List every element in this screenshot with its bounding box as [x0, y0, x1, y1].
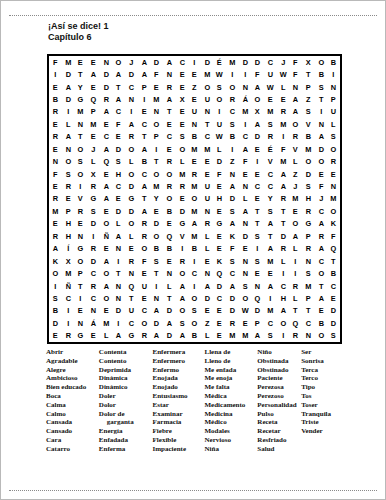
grid-cell[interactable]: O — [151, 168, 163, 180]
grid-cell[interactable]: O — [176, 267, 188, 279]
grid-cell[interactable]: B — [50, 305, 62, 317]
grid-cell[interactable]: R — [62, 330, 74, 342]
grid-cell[interactable]: M — [62, 267, 74, 279]
grid-cell[interactable]: O — [315, 155, 327, 167]
grid-cell[interactable]: N — [151, 292, 163, 304]
grid-cell[interactable]: G — [176, 218, 188, 230]
grid-cell[interactable]: O — [315, 330, 327, 342]
grid-cell[interactable]: E — [50, 143, 62, 155]
grid-cell[interactable]: A — [163, 93, 175, 105]
grid-cell[interactable]: S — [50, 292, 62, 304]
grid-cell[interactable]: M — [303, 280, 315, 292]
grid-cell[interactable]: P — [328, 93, 340, 105]
grid-cell[interactable]: A — [113, 230, 125, 242]
grid-cell[interactable]: D — [328, 305, 340, 317]
grid-cell[interactable]: S — [176, 131, 188, 143]
grid-cell[interactable]: T — [328, 255, 340, 267]
grid-cell[interactable]: A — [138, 205, 150, 217]
grid-cell[interactable]: N — [227, 168, 239, 180]
grid-cell[interactable]: T — [265, 230, 277, 242]
grid-cell[interactable]: A — [315, 218, 327, 230]
grid-cell[interactable]: D — [62, 93, 74, 105]
grid-cell[interactable]: L — [201, 243, 213, 255]
grid-cell[interactable]: A — [315, 131, 327, 143]
grid-cell[interactable]: O — [163, 168, 175, 180]
grid-cell[interactable]: O — [328, 143, 340, 155]
grid-cell[interactable]: Q — [163, 230, 175, 242]
grid-cell[interactable]: E — [214, 180, 226, 192]
grid-cell[interactable]: C — [265, 56, 277, 68]
grid-cell[interactable]: D — [50, 317, 62, 329]
grid-cell[interactable]: E — [252, 267, 264, 279]
grid-cell[interactable]: C — [113, 106, 125, 118]
grid-cell[interactable]: A — [265, 218, 277, 230]
grid-cell[interactable]: E — [50, 81, 62, 93]
grid-cell[interactable]: T — [151, 155, 163, 167]
grid-cell[interactable]: A — [265, 280, 277, 292]
grid-cell[interactable]: Q — [87, 93, 99, 105]
grid-cell[interactable]: N — [75, 118, 87, 130]
grid-cell[interactable]: A — [290, 93, 302, 105]
grid-cell[interactable]: C — [265, 317, 277, 329]
grid-cell[interactable]: O — [151, 118, 163, 130]
grid-cell[interactable]: G — [303, 218, 315, 230]
grid-cell[interactable]: C — [227, 106, 239, 118]
grid-cell[interactable]: N — [290, 81, 302, 93]
grid-cell[interactable]: H — [113, 168, 125, 180]
grid-cell[interactable]: E — [239, 243, 251, 255]
grid-cell[interactable]: B — [151, 243, 163, 255]
grid-cell[interactable]: A — [100, 180, 112, 192]
grid-cell[interactable]: T — [125, 292, 137, 304]
grid-cell[interactable]: N — [113, 243, 125, 255]
grid-cell[interactable]: T — [315, 280, 327, 292]
grid-cell[interactable]: R — [176, 180, 188, 192]
grid-cell[interactable]: E — [138, 267, 150, 279]
grid-cell[interactable]: A — [189, 218, 201, 230]
grid-cell[interactable]: I — [125, 106, 137, 118]
grid-cell[interactable]: A — [290, 106, 302, 118]
grid-cell[interactable]: U — [265, 68, 277, 80]
grid-cell[interactable]: I — [328, 68, 340, 80]
grid-cell[interactable]: C — [189, 267, 201, 279]
grid-cell[interactable]: Á — [239, 93, 251, 105]
grid-cell[interactable]: E — [138, 292, 150, 304]
grid-cell[interactable]: I — [227, 143, 239, 155]
grid-cell[interactable]: D — [303, 168, 315, 180]
grid-cell[interactable]: C — [163, 131, 175, 143]
grid-cell[interactable]: U — [201, 193, 213, 205]
grid-cell[interactable]: P — [303, 292, 315, 304]
grid-cell[interactable]: A — [176, 330, 188, 342]
grid-cell[interactable]: É — [214, 56, 226, 68]
grid-cell[interactable]: S — [303, 106, 315, 118]
grid-cell[interactable]: E — [214, 230, 226, 242]
grid-cell[interactable]: K — [227, 230, 239, 242]
grid-cell[interactable]: D — [239, 230, 251, 242]
grid-cell[interactable]: B — [328, 267, 340, 279]
grid-cell[interactable]: S — [176, 317, 188, 329]
grid-cell[interactable]: T — [113, 267, 125, 279]
grid-cell[interactable]: Q — [214, 267, 226, 279]
grid-cell[interactable]: O — [138, 317, 150, 329]
grid-cell[interactable]: G — [125, 330, 137, 342]
grid-cell[interactable]: T — [303, 68, 315, 80]
grid-cell[interactable]: O — [100, 267, 112, 279]
grid-cell[interactable]: S — [252, 230, 264, 242]
grid-cell[interactable]: E — [277, 93, 289, 105]
grid-cell[interactable]: A — [290, 230, 302, 242]
grid-cell[interactable]: J — [315, 193, 327, 205]
grid-cell[interactable]: L — [62, 118, 74, 130]
grid-cell[interactable]: M — [277, 155, 289, 167]
grid-cell[interactable]: O — [277, 317, 289, 329]
grid-cell[interactable]: E — [151, 205, 163, 217]
grid-cell[interactable]: I — [151, 280, 163, 292]
grid-cell[interactable]: A — [265, 243, 277, 255]
grid-cell[interactable]: N — [163, 68, 175, 80]
grid-cell[interactable]: E — [239, 317, 251, 329]
grid-cell[interactable]: E — [176, 118, 188, 130]
grid-cell[interactable]: C — [138, 118, 150, 130]
grid-cell[interactable]: S — [214, 81, 226, 93]
grid-cell[interactable]: R — [189, 168, 201, 180]
grid-cell[interactable]: H — [62, 230, 74, 242]
grid-cell[interactable]: C — [138, 305, 150, 317]
grid-cell[interactable]: W — [214, 68, 226, 80]
grid-cell[interactable]: C — [201, 131, 213, 143]
grid-cell[interactable]: F — [328, 230, 340, 242]
grid-cell[interactable]: B — [163, 243, 175, 255]
grid-cell[interactable]: V — [303, 118, 315, 130]
grid-cell[interactable]: E — [176, 81, 188, 93]
grid-cell[interactable]: C — [87, 267, 99, 279]
grid-cell[interactable]: A — [252, 118, 264, 130]
grid-cell[interactable]: B — [227, 131, 239, 143]
grid-cell[interactable]: R — [227, 317, 239, 329]
grid-cell[interactable]: L — [239, 193, 251, 205]
grid-cell[interactable]: M — [189, 143, 201, 155]
grid-cell[interactable]: T — [138, 193, 150, 205]
grid-cell[interactable]: A — [239, 205, 251, 217]
grid-cell[interactable]: F — [290, 68, 302, 80]
grid-cell[interactable]: G — [125, 193, 137, 205]
grid-cell[interactable]: Y — [265, 193, 277, 205]
grid-cell[interactable]: P — [303, 81, 315, 93]
grid-cell[interactable]: R — [290, 131, 302, 143]
grid-cell[interactable]: T — [113, 81, 125, 93]
grid-cell[interactable]: R — [328, 155, 340, 167]
grid-cell[interactable]: A — [252, 81, 264, 93]
grid-cell[interactable]: A — [176, 292, 188, 304]
grid-cell[interactable]: C — [87, 292, 99, 304]
grid-cell[interactable]: I — [315, 106, 327, 118]
grid-cell[interactable]: I — [265, 292, 277, 304]
grid-cell[interactable]: R — [315, 230, 327, 242]
grid-cell[interactable]: N — [100, 56, 112, 68]
grid-cell[interactable]: G — [214, 218, 226, 230]
grid-cell[interactable]: N — [328, 180, 340, 192]
grid-cell[interactable]: I — [62, 106, 74, 118]
grid-cell[interactable]: R — [201, 218, 213, 230]
grid-cell[interactable]: A — [62, 81, 74, 93]
grid-cell[interactable]: E — [315, 305, 327, 317]
grid-cell[interactable]: A — [100, 255, 112, 267]
grid-cell[interactable]: J — [290, 180, 302, 192]
grid-cell[interactable]: O — [290, 218, 302, 230]
grid-cell[interactable]: E — [87, 56, 99, 68]
grid-cell[interactable]: Y — [151, 193, 163, 205]
grid-cell[interactable]: D — [113, 305, 125, 317]
grid-cell[interactable]: N — [239, 81, 251, 93]
grid-cell[interactable]: W — [277, 68, 289, 80]
grid-cell[interactable]: R — [277, 243, 289, 255]
grid-cell[interactable]: L — [100, 330, 112, 342]
grid-cell[interactable]: L — [277, 255, 289, 267]
grid-cell[interactable]: I — [252, 243, 264, 255]
grid-cell[interactable]: S — [113, 155, 125, 167]
grid-cell[interactable]: S — [189, 305, 201, 317]
grid-cell[interactable]: S — [239, 280, 251, 292]
grid-cell[interactable]: E — [252, 143, 264, 155]
grid-cell[interactable]: O — [201, 81, 213, 93]
grid-cell[interactable]: S — [87, 205, 99, 217]
grid-cell[interactable]: A — [315, 243, 327, 255]
grid-cell[interactable]: N — [239, 255, 251, 267]
grid-cell[interactable]: F — [277, 143, 289, 155]
grid-cell[interactable]: O — [227, 81, 239, 93]
grid-cell[interactable]: G — [75, 93, 87, 105]
grid-cell[interactable]: N — [113, 292, 125, 304]
grid-cell[interactable]: A — [87, 68, 99, 80]
grid-cell[interactable]: M — [290, 193, 302, 205]
grid-cell[interactable]: W — [214, 131, 226, 143]
grid-cell[interactable]: E — [75, 305, 87, 317]
grid-cell[interactable]: D — [62, 68, 74, 80]
grid-cell[interactable]: A — [163, 56, 175, 68]
grid-cell[interactable]: S — [303, 180, 315, 192]
grid-cell[interactable]: C — [125, 317, 137, 329]
grid-cell[interactable]: X — [252, 106, 264, 118]
grid-cell[interactable]: C — [303, 317, 315, 329]
grid-cell[interactable]: O — [303, 155, 315, 167]
grid-cell[interactable]: N — [201, 205, 213, 217]
grid-cell[interactable]: E — [50, 218, 62, 230]
grid-cell[interactable]: S — [252, 255, 264, 267]
grid-cell[interactable]: F — [113, 118, 125, 130]
grid-cell[interactable]: L — [125, 230, 137, 242]
grid-cell[interactable]: R — [138, 230, 150, 242]
grid-cell[interactable]: A — [227, 280, 239, 292]
grid-cell[interactable]: Q — [328, 243, 340, 255]
grid-cell[interactable]: A — [227, 218, 239, 230]
grid-cell[interactable]: N — [62, 143, 74, 155]
grid-cell[interactable]: I — [290, 255, 302, 267]
grid-cell[interactable]: D — [328, 317, 340, 329]
grid-cell[interactable]: E — [113, 193, 125, 205]
grid-cell[interactable]: R — [227, 93, 239, 105]
grid-cell[interactable]: I — [277, 267, 289, 279]
grid-cell[interactable]: I — [214, 106, 226, 118]
grid-cell[interactable]: H — [303, 193, 315, 205]
grid-cell[interactable]: I — [290, 267, 302, 279]
grid-cell[interactable]: E — [176, 68, 188, 80]
grid-cell[interactable]: F — [151, 68, 163, 80]
grid-cell[interactable]: Q — [290, 317, 302, 329]
grid-cell[interactable]: U — [189, 106, 201, 118]
grid-cell[interactable]: L — [163, 280, 175, 292]
grid-cell[interactable]: R — [50, 230, 62, 242]
grid-cell[interactable]: O — [239, 292, 251, 304]
grid-cell[interactable]: N — [303, 255, 315, 267]
grid-cell[interactable]: F — [214, 168, 226, 180]
grid-cell[interactable]: W — [239, 305, 251, 317]
grid-cell[interactable]: B — [50, 93, 62, 105]
grid-cell[interactable]: D — [125, 205, 137, 217]
grid-cell[interactable]: E — [252, 193, 264, 205]
grid-cell[interactable]: P — [75, 267, 87, 279]
grid-cell[interactable]: V — [290, 143, 302, 155]
grid-cell[interactable]: T — [75, 131, 87, 143]
grid-cell[interactable]: A — [138, 143, 150, 155]
grid-cell[interactable]: N — [151, 106, 163, 118]
grid-cell[interactable]: C — [265, 180, 277, 192]
grid-cell[interactable]: Z — [303, 93, 315, 105]
grid-cell[interactable]: M — [277, 118, 289, 130]
grid-cell[interactable]: L — [290, 155, 302, 167]
grid-cell[interactable]: S — [265, 118, 277, 130]
grid-cell[interactable]: I — [176, 243, 188, 255]
grid-cell[interactable]: D — [87, 255, 99, 267]
grid-cell[interactable]: R — [303, 205, 315, 217]
grid-cell[interactable]: O — [151, 230, 163, 242]
grid-cell[interactable]: Z — [290, 168, 302, 180]
grid-cell[interactable]: O — [189, 317, 201, 329]
grid-cell[interactable]: O — [113, 56, 125, 68]
grid-cell[interactable]: O — [100, 218, 112, 230]
grid-cell[interactable]: F — [227, 243, 239, 255]
grid-cell[interactable]: A — [227, 180, 239, 192]
grid-cell[interactable]: L — [328, 118, 340, 130]
grid-cell[interactable]: R — [138, 218, 150, 230]
grid-cell[interactable]: O — [75, 168, 87, 180]
grid-cell[interactable]: E — [201, 168, 213, 180]
grid-cell[interactable]: M — [265, 255, 277, 267]
grid-cell[interactable]: E — [214, 205, 226, 217]
grid-cell[interactable]: D — [214, 280, 226, 292]
grid-cell[interactable]: S — [151, 255, 163, 267]
grid-cell[interactable]: H — [214, 193, 226, 205]
grid-cell[interactable]: A — [62, 131, 74, 143]
grid-cell[interactable]: E — [100, 305, 112, 317]
grid-cell[interactable]: D — [239, 56, 251, 68]
grid-cell[interactable]: A — [138, 68, 150, 80]
grid-cell[interactable]: A — [277, 305, 289, 317]
grid-cell[interactable]: A — [151, 330, 163, 342]
grid-cell[interactable]: E — [189, 155, 201, 167]
grid-cell[interactable]: A — [277, 180, 289, 192]
grid-cell[interactable]: H — [62, 218, 74, 230]
grid-cell[interactable]: E — [176, 193, 188, 205]
grid-cell[interactable]: T — [277, 218, 289, 230]
grid-cell[interactable]: E — [163, 118, 175, 130]
grid-cell[interactable]: O — [62, 155, 74, 167]
grid-cell[interactable]: A — [252, 330, 264, 342]
grid-cell[interactable]: I — [252, 155, 264, 167]
grid-cell[interactable]: E — [201, 155, 213, 167]
grid-cell[interactable]: O — [138, 243, 150, 255]
grid-cell[interactable]: N — [328, 81, 340, 93]
grid-cell[interactable]: A — [100, 143, 112, 155]
grid-cell[interactable]: O — [50, 267, 62, 279]
grid-cell[interactable]: A — [239, 143, 251, 155]
grid-cell[interactable]: O — [100, 292, 112, 304]
grid-cell[interactable]: A — [100, 106, 112, 118]
grid-cell[interactable]: I — [138, 93, 150, 105]
grid-cell[interactable]: D — [227, 292, 239, 304]
grid-cell[interactable]: Ñ — [62, 280, 74, 292]
grid-cell[interactable]: I — [189, 255, 201, 267]
grid-cell[interactable]: O — [176, 305, 188, 317]
grid-cell[interactable]: S — [328, 131, 340, 143]
grid-cell[interactable]: L — [201, 330, 213, 342]
grid-cell[interactable]: A — [201, 280, 213, 292]
grid-cell[interactable]: S — [303, 267, 315, 279]
grid-cell[interactable]: X — [176, 93, 188, 105]
grid-cell[interactable]: E — [252, 168, 264, 180]
grid-cell[interactable]: R — [176, 255, 188, 267]
grid-cell[interactable]: S — [227, 118, 239, 130]
grid-cell[interactable]: A — [138, 56, 150, 68]
grid-cell[interactable]: R — [50, 106, 62, 118]
grid-cell[interactable]: E — [265, 93, 277, 105]
grid-cell[interactable]: I — [62, 317, 74, 329]
grid-cell[interactable]: Q — [252, 292, 264, 304]
grid-cell[interactable]: I — [151, 143, 163, 155]
grid-cell[interactable]: R — [87, 280, 99, 292]
grid-cell[interactable]: D — [151, 317, 163, 329]
grid-cell[interactable]: T — [75, 68, 87, 80]
grid-cell[interactable]: S — [62, 168, 74, 180]
grid-cell[interactable]: D — [163, 330, 175, 342]
grid-cell[interactable]: F — [315, 180, 327, 192]
grid-cell[interactable]: J — [87, 143, 99, 155]
grid-cell[interactable]: T — [151, 267, 163, 279]
grid-cell[interactable]: Q — [125, 280, 137, 292]
grid-cell[interactable]: M — [201, 68, 213, 80]
grid-cell[interactable]: C — [113, 180, 125, 192]
grid-cell[interactable]: A — [50, 243, 62, 255]
grid-cell[interactable]: A — [138, 180, 150, 192]
grid-cell[interactable]: V — [265, 155, 277, 167]
grid-cell[interactable]: R — [163, 155, 175, 167]
grid-cell[interactable]: O — [176, 143, 188, 155]
grid-cell[interactable]: D — [252, 131, 264, 143]
grid-cell[interactable]: D — [315, 143, 327, 155]
grid-cell[interactable]: R — [50, 131, 62, 143]
grid-cell[interactable]: O — [315, 267, 327, 279]
grid-cell[interactable]: P — [303, 230, 315, 242]
grid-cell[interactable]: J — [125, 56, 137, 68]
grid-cell[interactable]: N — [125, 267, 137, 279]
grid-cell[interactable]: R — [87, 243, 99, 255]
grid-cell[interactable]: T — [277, 205, 289, 217]
grid-cell[interactable]: K — [328, 218, 340, 230]
grid-cell[interactable]: N — [239, 218, 251, 230]
grid-cell[interactable]: E — [50, 330, 62, 342]
grid-cell[interactable]: C — [214, 292, 226, 304]
grid-cell[interactable]: L — [87, 155, 99, 167]
